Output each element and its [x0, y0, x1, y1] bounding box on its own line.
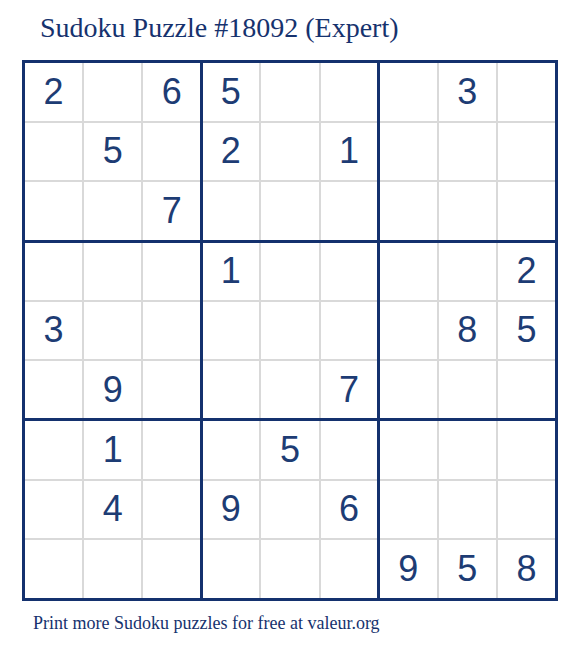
cell-r5c5[interactable] [261, 302, 318, 360]
cell-r3c6[interactable] [321, 182, 378, 240]
cell-r7c8[interactable] [439, 421, 496, 479]
cell-r4c8[interactable] [439, 242, 496, 300]
cell-r6c7[interactable] [380, 361, 437, 419]
cell-r3c2[interactable] [84, 182, 141, 240]
cell-r9c8: 5 [439, 540, 496, 598]
cell-r4c5[interactable] [261, 242, 318, 300]
cell-r1c8: 3 [439, 63, 496, 121]
cell-r6c6: 7 [321, 361, 378, 419]
cell-r1c7[interactable] [380, 63, 437, 121]
cell-r8c4: 9 [202, 481, 259, 539]
cell-r5c1: 3 [25, 302, 82, 360]
cell-r9c1[interactable] [25, 540, 82, 598]
block-separator-vertical-1 [200, 63, 203, 598]
cell-r9c6[interactable] [321, 540, 378, 598]
cell-r5c3[interactable] [143, 302, 200, 360]
footer-note: Print more Sudoku puzzles for free at va… [33, 613, 380, 634]
cell-r9c3[interactable] [143, 540, 200, 598]
cell-r6c5[interactable] [261, 361, 318, 419]
cell-r9c7: 9 [380, 540, 437, 598]
cell-r8c5[interactable] [261, 481, 318, 539]
cell-r2c4: 2 [202, 123, 259, 181]
cell-r7c2: 1 [84, 421, 141, 479]
cell-r4c4: 1 [202, 242, 259, 300]
cell-r2c6: 1 [321, 123, 378, 181]
cell-r5c9: 5 [498, 302, 555, 360]
cell-r2c1[interactable] [25, 123, 82, 181]
cell-r4c9: 2 [498, 242, 555, 300]
cell-r1c3: 6 [143, 63, 200, 121]
cell-r6c1[interactable] [25, 361, 82, 419]
cell-r3c3: 7 [143, 182, 200, 240]
cell-r8c1[interactable] [25, 481, 82, 539]
cell-r5c4[interactable] [202, 302, 259, 360]
cell-r1c2[interactable] [84, 63, 141, 121]
cell-r2c8[interactable] [439, 123, 496, 181]
cell-r6c8[interactable] [439, 361, 496, 419]
cell-r7c4[interactable] [202, 421, 259, 479]
cell-r4c7[interactable] [380, 242, 437, 300]
cell-r8c6: 6 [321, 481, 378, 539]
cell-r1c1: 2 [25, 63, 82, 121]
cell-r2c9[interactable] [498, 123, 555, 181]
cell-r7c7[interactable] [380, 421, 437, 479]
cell-r6c9[interactable] [498, 361, 555, 419]
cell-r3c1[interactable] [25, 182, 82, 240]
block-separator-horizontal-1 [25, 240, 555, 243]
cell-r8c8[interactable] [439, 481, 496, 539]
cell-r7c5: 5 [261, 421, 318, 479]
cell-r4c3[interactable] [143, 242, 200, 300]
cell-r9c2[interactable] [84, 540, 141, 598]
cell-r4c1[interactable] [25, 242, 82, 300]
cell-r9c9: 8 [498, 540, 555, 598]
cell-r3c7[interactable] [380, 182, 437, 240]
cell-r3c9[interactable] [498, 182, 555, 240]
cell-r5c2[interactable] [84, 302, 141, 360]
cell-r2c3[interactable] [143, 123, 200, 181]
cell-r2c5[interactable] [261, 123, 318, 181]
block-separator-vertical-2 [377, 63, 380, 598]
cell-r3c4[interactable] [202, 182, 259, 240]
cell-r9c4[interactable] [202, 540, 259, 598]
cell-r4c2[interactable] [84, 242, 141, 300]
cell-r6c2: 9 [84, 361, 141, 419]
sudoku-board: 26535217123859715496958 [22, 60, 558, 601]
cell-r9c5[interactable] [261, 540, 318, 598]
cell-r7c1[interactable] [25, 421, 82, 479]
cell-r6c4[interactable] [202, 361, 259, 419]
cell-r8c9[interactable] [498, 481, 555, 539]
cell-r5c8: 8 [439, 302, 496, 360]
cell-r8c2: 4 [84, 481, 141, 539]
cell-r1c5[interactable] [261, 63, 318, 121]
cell-r3c8[interactable] [439, 182, 496, 240]
cell-r7c6[interactable] [321, 421, 378, 479]
cell-r1c4: 5 [202, 63, 259, 121]
block-separator-horizontal-2 [25, 418, 555, 421]
cell-r5c6[interactable] [321, 302, 378, 360]
cell-r2c2: 5 [84, 123, 141, 181]
cell-r1c9[interactable] [498, 63, 555, 121]
cell-r8c7[interactable] [380, 481, 437, 539]
cell-r1c6[interactable] [321, 63, 378, 121]
page-title: Sudoku Puzzle #18092 (Expert) [40, 12, 399, 44]
cell-r3c5[interactable] [261, 182, 318, 240]
cell-r2c7[interactable] [380, 123, 437, 181]
cell-r7c9[interactable] [498, 421, 555, 479]
cell-r8c3[interactable] [143, 481, 200, 539]
cell-r4c6[interactable] [321, 242, 378, 300]
cell-r6c3[interactable] [143, 361, 200, 419]
cell-r5c7[interactable] [380, 302, 437, 360]
cell-r7c3[interactable] [143, 421, 200, 479]
